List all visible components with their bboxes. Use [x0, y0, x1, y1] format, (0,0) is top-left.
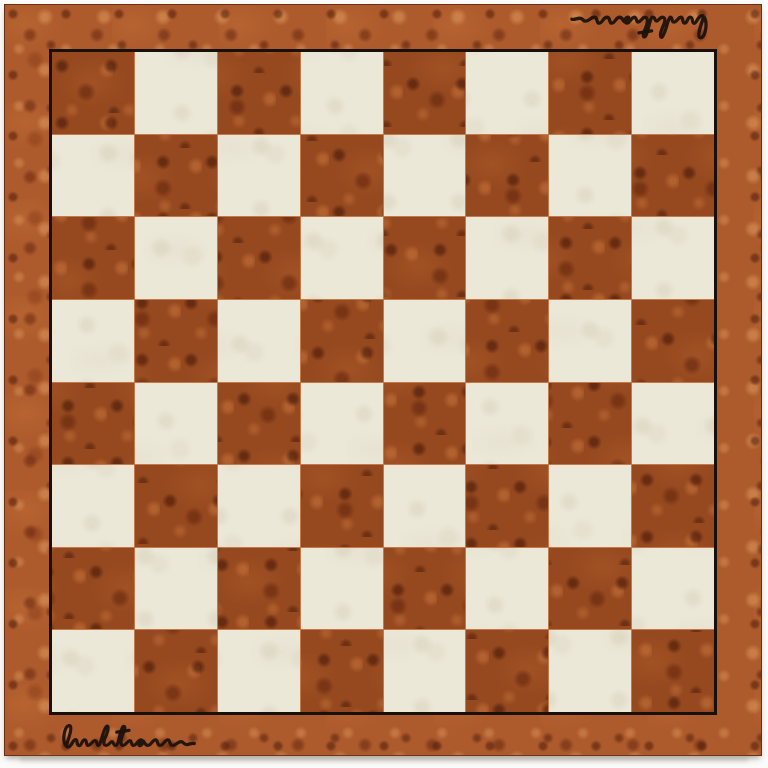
- square-h5[interactable]: [632, 300, 714, 382]
- square-b6[interactable]: [135, 217, 217, 299]
- square-c8[interactable]: [218, 52, 300, 134]
- square-h6[interactable]: [632, 217, 714, 299]
- square-a4[interactable]: [52, 383, 134, 465]
- square-e7[interactable]: [384, 135, 466, 217]
- square-e2[interactable]: [384, 548, 466, 630]
- board-grid: [52, 52, 714, 712]
- square-f8[interactable]: [466, 52, 548, 134]
- square-g2[interactable]: [549, 548, 631, 630]
- square-d4[interactable]: [301, 383, 383, 465]
- square-a2[interactable]: [52, 548, 134, 630]
- square-f5[interactable]: [466, 300, 548, 382]
- square-d7[interactable]: [301, 135, 383, 217]
- square-f3[interactable]: [466, 465, 548, 547]
- square-f6[interactable]: [466, 217, 548, 299]
- square-b3[interactable]: [135, 465, 217, 547]
- square-g8[interactable]: [549, 52, 631, 134]
- square-d1[interactable]: [301, 630, 383, 712]
- square-f7[interactable]: [466, 135, 548, 217]
- square-c4[interactable]: [218, 383, 300, 465]
- signature-lindstrom-bottom: [59, 719, 201, 753]
- photo-background: [0, 0, 768, 768]
- square-d5[interactable]: [301, 300, 383, 382]
- square-e8[interactable]: [384, 52, 466, 134]
- square-c6[interactable]: [218, 217, 300, 299]
- square-b1[interactable]: [135, 630, 217, 712]
- square-b8[interactable]: [135, 52, 217, 134]
- square-g4[interactable]: [549, 383, 631, 465]
- square-a6[interactable]: [52, 217, 134, 299]
- square-f1[interactable]: [466, 630, 548, 712]
- square-h7[interactable]: [632, 135, 714, 217]
- square-c3[interactable]: [218, 465, 300, 547]
- board-frame: [49, 49, 717, 715]
- square-g6[interactable]: [549, 217, 631, 299]
- square-c7[interactable]: [218, 135, 300, 217]
- square-a7[interactable]: [52, 135, 134, 217]
- square-g5[interactable]: [549, 300, 631, 382]
- signature-lindstrom-top: [565, 10, 711, 44]
- square-a5[interactable]: [52, 300, 134, 382]
- square-d8[interactable]: [301, 52, 383, 134]
- square-c5[interactable]: [218, 300, 300, 382]
- square-h8[interactable]: [632, 52, 714, 134]
- board-drop-shadow: [20, 757, 748, 761]
- square-a3[interactable]: [52, 465, 134, 547]
- square-c1[interactable]: [218, 630, 300, 712]
- square-h4[interactable]: [632, 383, 714, 465]
- chess-board: [4, 4, 762, 756]
- square-d2[interactable]: [301, 548, 383, 630]
- square-f4[interactable]: [466, 383, 548, 465]
- square-e3[interactable]: [384, 465, 466, 547]
- square-f2[interactable]: [466, 548, 548, 630]
- square-g3[interactable]: [549, 465, 631, 547]
- square-b5[interactable]: [135, 300, 217, 382]
- square-h3[interactable]: [632, 465, 714, 547]
- square-b7[interactable]: [135, 135, 217, 217]
- square-e4[interactable]: [384, 383, 466, 465]
- square-d6[interactable]: [301, 217, 383, 299]
- square-b4[interactable]: [135, 383, 217, 465]
- square-a8[interactable]: [52, 52, 134, 134]
- square-h2[interactable]: [632, 548, 714, 630]
- square-h1[interactable]: [632, 630, 714, 712]
- square-b2[interactable]: [135, 548, 217, 630]
- square-g7[interactable]: [549, 135, 631, 217]
- square-g1[interactable]: [549, 630, 631, 712]
- square-c2[interactable]: [218, 548, 300, 630]
- square-a1[interactable]: [52, 630, 134, 712]
- square-e6[interactable]: [384, 217, 466, 299]
- square-e5[interactable]: [384, 300, 466, 382]
- square-e1[interactable]: [384, 630, 466, 712]
- square-d3[interactable]: [301, 465, 383, 547]
